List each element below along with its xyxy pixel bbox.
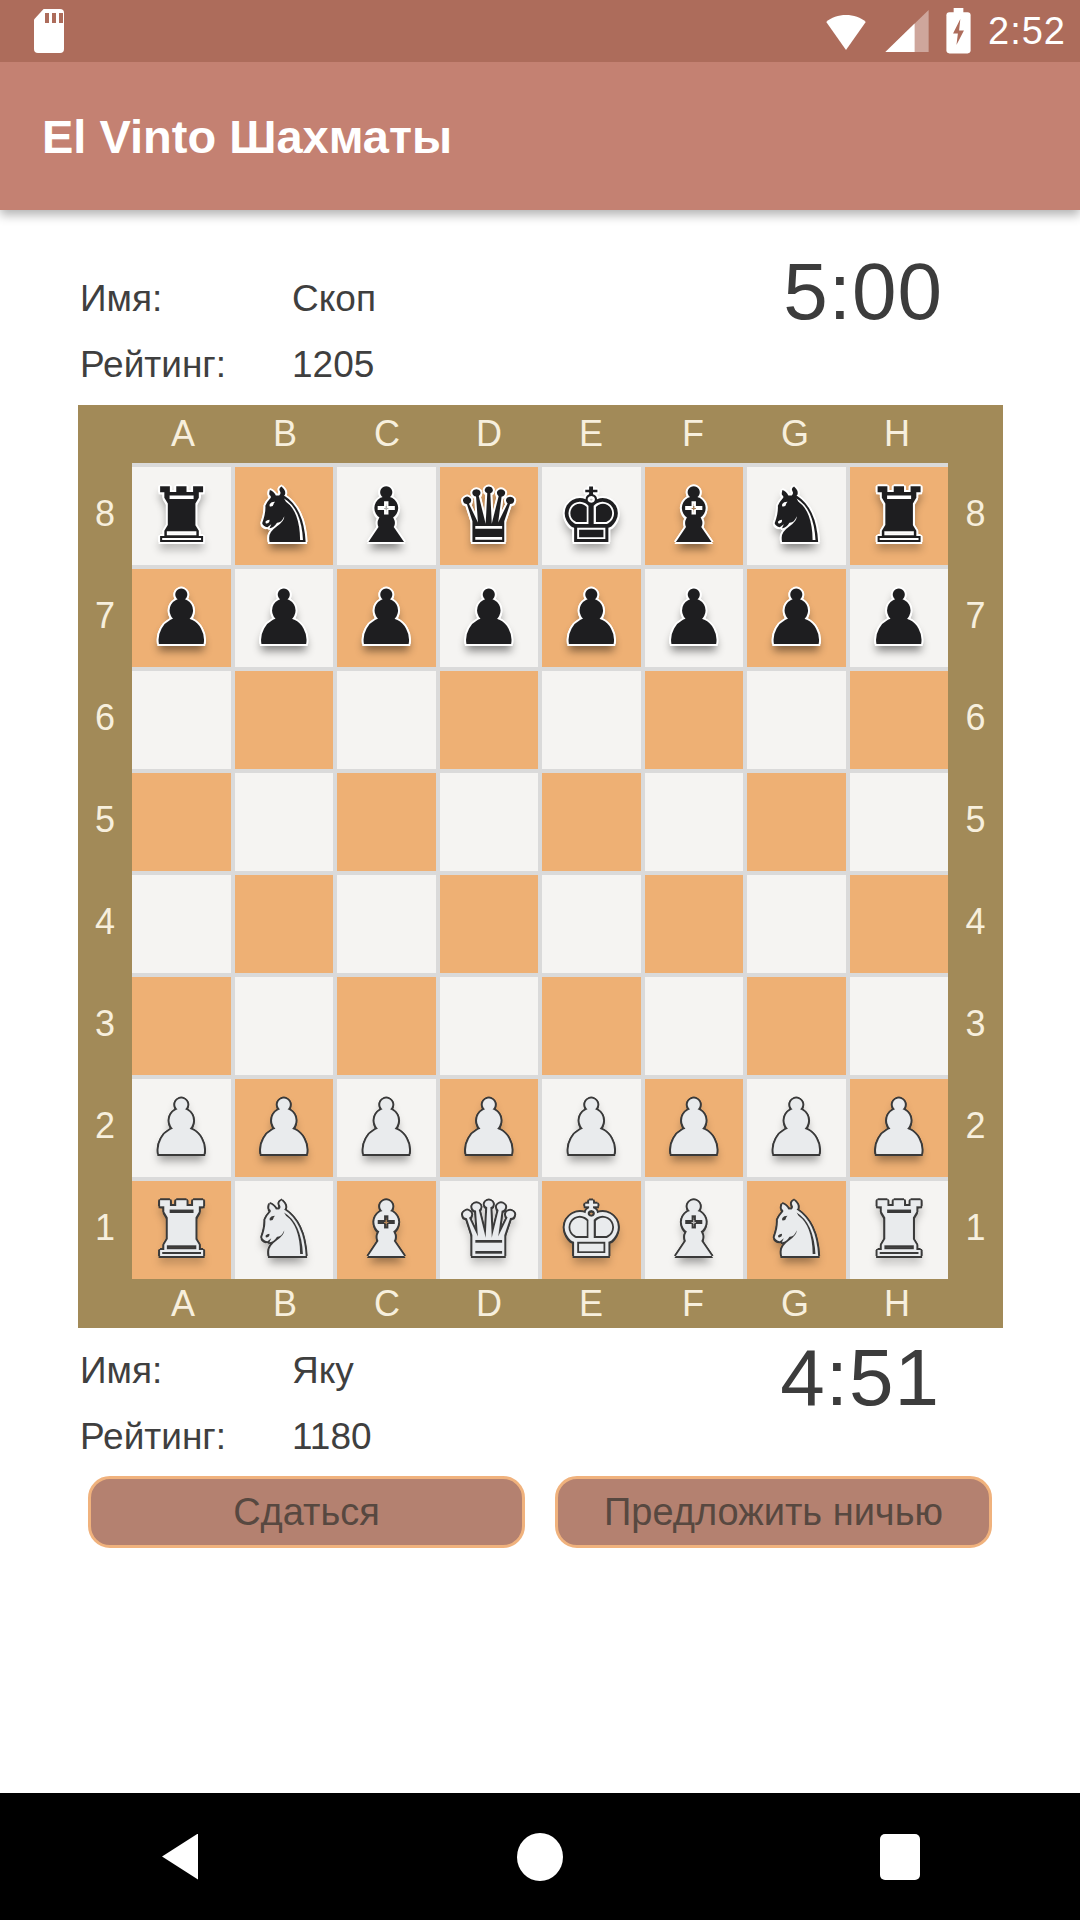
app-bar: El Vinto Шахматы [0,62,1080,210]
board-squares: ♜♞♝♛♚♝♞♜♟♟♟♟♟♟♟♟♟♟♟♟♟♟♟♟♜♞♝♛♚♝♞♜ [132,463,948,1279]
chess-board: ABCDEFGH 87654321 87654321 ♜♞♝♛♚♝♞♜♟♟♟♟♟… [78,405,1003,1328]
opponent-clock: 5:00 [783,252,943,332]
file-labels-bottom: ABCDEFGH [132,1279,948,1328]
piece-black-pawn: ♟ [762,580,830,656]
square-e3[interactable] [542,977,641,1075]
coord-label-G: G [744,405,846,463]
coord-label-C: C [336,405,438,463]
square-e7[interactable]: ♟ [542,569,641,667]
coord-label-D: D [438,405,540,463]
back-icon [162,1834,198,1880]
square-a1[interactable]: ♜ [132,1181,231,1279]
coord-label-4: 4 [78,871,132,973]
square-e2[interactable]: ♟ [542,1079,641,1177]
square-a2[interactable]: ♟ [132,1079,231,1177]
square-f5[interactable] [645,773,744,871]
player-clock: 4:51 [780,1338,940,1418]
coord-label-6: 6 [78,667,132,769]
square-e6[interactable] [542,671,641,769]
square-g8[interactable]: ♞ [747,467,846,565]
coord-label-F: F [642,405,744,463]
square-g5[interactable] [747,773,846,871]
piece-black-pawn: ♟ [352,580,420,656]
square-g3[interactable] [747,977,846,1075]
opponent-name: Скоп [292,278,376,320]
opponent-info: Имя: Скоп Рейтинг: 1205 [80,278,376,386]
square-a6[interactable] [132,671,231,769]
coord-label-2: 2 [78,1075,132,1177]
coord-label-H: H [846,1279,948,1328]
coord-label-7: 7 [948,565,1003,667]
status-bar: 2:52 [0,0,1080,62]
square-d8[interactable]: ♛ [440,467,539,565]
coord-label-B: B [234,405,336,463]
square-f6[interactable] [645,671,744,769]
square-g6[interactable] [747,671,846,769]
square-e4[interactable] [542,875,641,973]
square-c3[interactable] [337,977,436,1075]
square-c5[interactable] [337,773,436,871]
coord-label-E: E [540,1279,642,1328]
square-f1[interactable]: ♝ [645,1181,744,1279]
square-d3[interactable] [440,977,539,1075]
square-b6[interactable] [235,671,334,769]
piece-white-queen: ♛ [455,1192,523,1268]
coord-label-8: 8 [948,463,1003,565]
piece-white-bishop: ♝ [352,1192,420,1268]
app-title: El Vinto Шахматы [42,109,452,164]
square-c8[interactable]: ♝ [337,467,436,565]
coord-label-5: 5 [948,769,1003,871]
piece-black-king: ♚ [557,478,625,554]
square-f7[interactable]: ♟ [645,569,744,667]
square-d4[interactable] [440,875,539,973]
piece-white-knight: ♞ [250,1192,318,1268]
player-rating-label: Рейтинг: [80,1416,292,1458]
square-e8[interactable]: ♚ [542,467,641,565]
file-labels-top: ABCDEFGH [132,405,948,463]
square-b5[interactable] [235,773,334,871]
square-a3[interactable] [132,977,231,1075]
coord-label-3: 3 [78,973,132,1075]
coord-label-1: 1 [78,1177,132,1279]
coord-label-A: A [132,405,234,463]
coord-label-H: H [846,405,948,463]
square-b7[interactable]: ♟ [235,569,334,667]
rank-labels-right: 87654321 [948,463,1003,1279]
piece-white-knight: ♞ [762,1192,830,1268]
sd-card-icon [34,9,64,53]
square-c4[interactable] [337,875,436,973]
piece-black-bishop: ♝ [352,478,420,554]
piece-white-pawn: ♟ [762,1090,830,1166]
square-h6[interactable] [850,671,949,769]
square-h7[interactable]: ♟ [850,569,949,667]
square-f4[interactable] [645,875,744,973]
piece-white-rook: ♜ [147,1192,215,1268]
piece-white-king: ♚ [557,1192,625,1268]
resign-button[interactable]: Сдаться [88,1476,525,1548]
coord-label-C: C [336,1279,438,1328]
player-rating: 1180 [292,1416,372,1458]
square-f2[interactable]: ♟ [645,1079,744,1177]
offer-draw-button[interactable]: Предложить ничью [555,1476,992,1548]
square-a5[interactable] [132,773,231,871]
cell-signal-icon [885,10,929,52]
square-g4[interactable] [747,875,846,973]
player-info: Имя: Яку Рейтинг: 1180 [80,1350,372,1458]
piece-white-pawn: ♟ [660,1090,728,1166]
recents-button[interactable] [720,1793,1080,1920]
coord-label-F: F [642,1279,744,1328]
home-icon [517,1833,563,1881]
piece-black-pawn: ♟ [557,580,625,656]
coord-label-7: 7 [78,565,132,667]
square-e5[interactable] [542,773,641,871]
piece-white-pawn: ♟ [250,1090,318,1166]
wifi-icon [823,10,869,52]
coord-label-1: 1 [948,1177,1003,1279]
coord-label-E: E [540,405,642,463]
piece-black-pawn: ♟ [865,580,933,656]
piece-white-bishop: ♝ [660,1192,728,1268]
square-g1[interactable]: ♞ [747,1181,846,1279]
piece-black-rook: ♜ [147,478,215,554]
back-button[interactable] [0,1793,360,1920]
square-a4[interactable] [132,875,231,973]
piece-black-pawn: ♟ [455,580,523,656]
rank-labels-left: 87654321 [78,463,132,1279]
square-d5[interactable] [440,773,539,871]
piece-black-knight: ♞ [250,478,318,554]
piece-black-pawn: ♟ [660,580,728,656]
piece-black-bishop: ♝ [660,478,728,554]
coord-label-3: 3 [948,973,1003,1075]
piece-black-knight: ♞ [762,478,830,554]
square-h2[interactable]: ♟ [850,1079,949,1177]
opponent-rating: 1205 [292,344,376,386]
piece-white-pawn: ♟ [865,1090,933,1166]
square-d1[interactable]: ♛ [440,1181,539,1279]
piece-black-queen: ♛ [455,478,523,554]
player-name-label: Имя: [80,1350,292,1392]
android-nav-bar [0,1793,1080,1920]
home-button[interactable] [360,1793,720,1920]
square-b8[interactable]: ♞ [235,467,334,565]
piece-white-pawn: ♟ [352,1090,420,1166]
coord-label-4: 4 [948,871,1003,973]
square-b4[interactable] [235,875,334,973]
battery-charging-icon [945,8,972,54]
square-h4[interactable] [850,875,949,973]
piece-white-rook: ♜ [865,1192,933,1268]
square-c6[interactable] [337,671,436,769]
opponent-name-label: Имя: [80,278,292,320]
coord-label-G: G [744,1279,846,1328]
square-g7[interactable]: ♟ [747,569,846,667]
square-b3[interactable] [235,977,334,1075]
square-b1[interactable]: ♞ [235,1181,334,1279]
coord-label-6: 6 [948,667,1003,769]
square-f3[interactable] [645,977,744,1075]
square-a7[interactable]: ♟ [132,569,231,667]
coord-label-A: A [132,1279,234,1328]
square-g2[interactable]: ♟ [747,1079,846,1177]
action-buttons: Сдаться Предложить ничью [88,1476,992,1548]
piece-black-pawn: ♟ [147,580,215,656]
piece-white-pawn: ♟ [557,1090,625,1166]
square-b2[interactable]: ♟ [235,1079,334,1177]
square-a8[interactable]: ♜ [132,467,231,565]
square-d2[interactable]: ♟ [440,1079,539,1177]
coord-label-D: D [438,1279,540,1328]
player-name: Яку [292,1350,372,1392]
square-c7[interactable]: ♟ [337,569,436,667]
opponent-rating-label: Рейтинг: [80,344,292,386]
piece-black-pawn: ♟ [250,580,318,656]
piece-black-rook: ♜ [865,478,933,554]
square-h3[interactable] [850,977,949,1075]
square-c1[interactable]: ♝ [337,1181,436,1279]
square-d6[interactable] [440,671,539,769]
coord-label-2: 2 [948,1075,1003,1177]
square-d7[interactable]: ♟ [440,569,539,667]
status-clock: 2:52 [988,10,1066,53]
square-h1[interactable]: ♜ [850,1181,949,1279]
piece-white-pawn: ♟ [147,1090,215,1166]
square-e1[interactable]: ♚ [542,1181,641,1279]
coord-label-B: B [234,1279,336,1328]
coord-label-8: 8 [78,463,132,565]
recents-icon [880,1834,920,1880]
square-c2[interactable]: ♟ [337,1079,436,1177]
square-h5[interactable] [850,773,949,871]
coord-label-5: 5 [78,769,132,871]
status-icons: 2:52 [823,8,1066,54]
square-f8[interactable]: ♝ [645,467,744,565]
square-h8[interactable]: ♜ [850,467,949,565]
piece-white-pawn: ♟ [455,1090,523,1166]
